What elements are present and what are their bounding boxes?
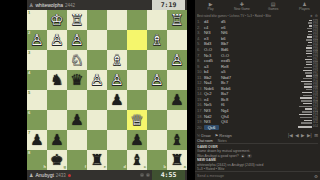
black-piece-f6[interactable]: ♟ xyxy=(67,110,87,130)
move-number: 1. xyxy=(197,19,204,24)
black-move[interactable]: Bb7 xyxy=(221,41,238,46)
zoom-in-icon[interactable]: + xyxy=(146,173,150,177)
move-row-20: 20.Qc60:14 xyxy=(197,124,318,130)
lichess-screen: ♙ whitewolpha 2442 7:19 1♔♖♖2♙♙♙♗3♘♗♙4♞♛… xyxy=(0,0,320,180)
white-move[interactable]: Bb2 xyxy=(204,75,221,80)
square-a8[interactable]: a♜ xyxy=(167,150,187,170)
white-move[interactable]: Nf3 xyxy=(204,30,221,35)
square-f8[interactable]: f xyxy=(67,150,87,170)
white-piece-a1[interactable]: ♖ xyxy=(167,10,187,30)
white-move[interactable]: c4 xyxy=(204,25,221,30)
move-list[interactable]: 1.d4d50:020:032.c4e60:020:043.Nf3Nf60:03… xyxy=(197,19,318,130)
black-piece-a8[interactable]: ♜ xyxy=(167,150,187,170)
top-player-rating: 2442 xyxy=(65,3,75,8)
replay-nav: |◀◀▶▶|⊞ xyxy=(288,133,318,138)
black-piece-d5[interactable]: ♟ xyxy=(107,90,127,110)
square-d8[interactable]: d xyxy=(107,150,127,170)
chat-time-control: 5+3 • Rated • Blitz xyxy=(197,167,318,170)
square-h8[interactable]: 8h xyxy=(27,150,47,170)
black-move[interactable]: Re8 xyxy=(221,64,238,69)
square-b3[interactable] xyxy=(147,50,167,70)
move-times: 0:080:11 xyxy=(294,119,318,124)
file-label-d: d xyxy=(124,165,126,169)
square-b5[interactable] xyxy=(147,90,167,110)
square-g5[interactable] xyxy=(47,90,67,110)
thumb-down-icon[interactable]: ▼ xyxy=(247,154,252,159)
white-piece-d4[interactable]: ♙ xyxy=(107,70,127,90)
black-piece-e8[interactable]: ♜ xyxy=(87,150,107,170)
square-d4[interactable]: ♙ xyxy=(107,70,127,90)
black-move[interactable]: Ng4 xyxy=(221,108,238,113)
square-a7[interactable]: ♝ xyxy=(167,130,187,150)
top-player-bar: ♙ whitewolpha 2442 7:19 xyxy=(27,0,187,10)
square-e1[interactable] xyxy=(87,10,107,30)
resign-button[interactable]: ⚑ Resign xyxy=(215,133,232,138)
tab-new-game[interactable]: ✚New Game xyxy=(226,0,257,13)
square-e5[interactable] xyxy=(87,90,107,110)
draw-button[interactable]: ½ Draw xyxy=(197,133,211,138)
black-move[interactable]: O-O xyxy=(221,53,238,58)
square-c8[interactable]: c♝ xyxy=(127,150,147,170)
white-piece-g1[interactable]: ♔ xyxy=(47,10,67,30)
square-b6[interactable] xyxy=(147,110,167,130)
square-e8[interactable]: e♜ xyxy=(87,150,107,170)
tab-label: Games xyxy=(268,8,278,11)
white-piece-b4[interactable]: ♙ xyxy=(147,70,167,90)
chess-board[interactable]: 1♔♖♖2♙♙♙♗3♘♗♙4♞♛♙♙♙5♟♟6♟♕7♟♟♟♝8hg♚fe♜dc♝… xyxy=(27,10,187,170)
move-number: 8. xyxy=(197,58,204,63)
white-move[interactable]: Nd2 xyxy=(204,114,221,119)
square-c6[interactable]: ♕ xyxy=(127,110,147,130)
move-number: 9. xyxy=(197,64,204,69)
black-move[interactable]: Nbd7 xyxy=(221,75,238,80)
black-piece-a7[interactable]: ♝ xyxy=(167,130,187,150)
black-move[interactable]: Bc7 xyxy=(221,80,238,85)
tab-label: Players xyxy=(299,8,310,11)
square-f1[interactable]: ♖ xyxy=(67,10,87,30)
file-label-h: h xyxy=(44,165,46,169)
black-move[interactable]: Bd6 xyxy=(221,47,238,52)
square-c3[interactable] xyxy=(127,50,147,70)
square-d2[interactable] xyxy=(107,30,127,50)
black-move[interactable]: Bc8 xyxy=(221,97,238,102)
move-number: 20. xyxy=(197,125,204,130)
white-move[interactable]: Nf3 xyxy=(204,119,221,124)
square-b8[interactable]: b xyxy=(147,150,167,170)
send-icon[interactable]: ⚙ xyxy=(314,174,318,179)
square-b1[interactable] xyxy=(147,10,167,30)
move-number: 11. xyxy=(197,75,204,80)
black-move[interactable]: exd5 xyxy=(221,58,238,63)
tab-play[interactable]: ▶Play xyxy=(195,0,226,13)
rank-label-6: 6 xyxy=(28,111,30,115)
move-number: 10. xyxy=(197,69,204,74)
square-d5[interactable]: ♟ xyxy=(107,90,127,110)
square-f6[interactable]: ♟ xyxy=(67,110,87,130)
white-move[interactable]: a3 xyxy=(204,64,221,69)
square-a6[interactable] xyxy=(167,110,187,130)
square-h4[interactable]: 4 xyxy=(27,70,47,90)
white-move[interactable]: Nf3 xyxy=(204,108,221,113)
black-piece-g4[interactable]: ♞ xyxy=(47,70,67,90)
square-h7[interactable]: 7♟ xyxy=(27,130,47,150)
status-badge xyxy=(68,174,71,177)
white-piece-e4[interactable]: ♙ xyxy=(87,70,107,90)
white-piece-c6[interactable]: ♕ xyxy=(127,110,147,130)
black-move[interactable]: Bxb6 xyxy=(221,86,238,91)
chat-input[interactable] xyxy=(197,174,314,178)
tab-label: New Game xyxy=(234,8,250,11)
square-b4[interactable]: ♙ xyxy=(147,70,167,90)
white-piece-g2[interactable]: ♙ xyxy=(47,30,67,50)
square-g2[interactable]: ♙ xyxy=(47,30,67,50)
top-player-name[interactable]: whitewolpha xyxy=(35,2,63,8)
notes-tab[interactable]: Notes xyxy=(218,139,227,143)
bottom-player-clock: 4:55 xyxy=(152,170,185,180)
move-number: 13. xyxy=(197,86,204,91)
square-a4[interactable] xyxy=(167,70,187,90)
white-move[interactable]: Qc6 xyxy=(204,125,219,130)
move-number: 16. xyxy=(197,102,204,107)
move-number: 3. xyxy=(197,30,204,35)
game-controls: ½ Draw ⚑ Resign |◀◀▶▶|⊞ xyxy=(197,131,318,139)
chat-input-row: ⚙ xyxy=(195,171,320,180)
white-piece-f1[interactable]: ♖ xyxy=(67,10,87,30)
black-piece-g7[interactable]: ♟ xyxy=(47,130,67,150)
square-g7[interactable]: ♟ xyxy=(47,130,67,150)
square-c4[interactable] xyxy=(127,70,147,90)
square-h5[interactable]: 5 xyxy=(27,90,47,110)
square-h1[interactable]: 1 xyxy=(27,10,47,30)
chat-tabs: Chat room Notes xyxy=(197,139,318,144)
game-info-line: Best rated blitz games • Lichess TV • 5+… xyxy=(197,13,318,18)
square-c1[interactable] xyxy=(127,10,147,30)
bottom-player-name[interactable]: Anubygt xyxy=(35,172,53,178)
move-number: 15. xyxy=(197,97,204,102)
side-panel: ▶Play✚New Game▤Games♟Players Best rated … xyxy=(195,0,320,180)
black-piece-g8[interactable]: ♚ xyxy=(47,150,67,170)
white-move[interactable]: O-O xyxy=(204,47,221,52)
black-move[interactable]: Nf6 xyxy=(221,30,238,35)
square-g8[interactable]: g♚ xyxy=(47,150,67,170)
flag-icon: ⚑ xyxy=(215,133,219,138)
white-move[interactable]: cxd5 xyxy=(204,58,221,63)
black-piece-c7[interactable]: ♟ xyxy=(127,130,147,150)
rank-label-5: 5 xyxy=(28,91,30,95)
rank-label-1: 1 xyxy=(28,11,30,15)
square-e6[interactable] xyxy=(87,110,107,130)
black-move[interactable]: Ba7 xyxy=(221,91,238,96)
square-c2[interactable] xyxy=(127,30,147,50)
bottom-player-rating: 2433 xyxy=(56,173,66,178)
panel-tabs: ▶Play✚New Game▤Games♟Players xyxy=(195,0,320,13)
game-info-text: Best rated blitz games • Lichess TV • 5+… xyxy=(197,14,308,18)
square-h2[interactable]: 2♙ xyxy=(27,30,47,50)
square-a1[interactable]: ♖ xyxy=(167,10,187,30)
chat-room-tab[interactable]: Chat room xyxy=(197,139,213,143)
square-e7[interactable] xyxy=(87,130,107,150)
square-h6[interactable]: 6 xyxy=(27,110,47,130)
rank-label-3: 3 xyxy=(28,51,30,55)
black-move[interactable]: f6 xyxy=(221,102,238,107)
square-c7[interactable]: ♟ xyxy=(127,130,147,150)
black-move[interactable]: b6 xyxy=(221,36,238,41)
move-times: 0:14 xyxy=(294,126,318,128)
square-b7[interactable] xyxy=(147,130,167,150)
analysis-board-icon[interactable]: ⊞ xyxy=(314,133,318,138)
square-f3[interactable]: ♘ xyxy=(67,50,87,70)
square-a3[interactable]: ♙ xyxy=(167,50,187,70)
white-move[interactable]: Ne5 xyxy=(204,102,221,107)
white-move[interactable]: Nc3 xyxy=(204,53,221,58)
black-piece-a5[interactable]: ♟ xyxy=(167,90,187,110)
square-e4[interactable]: ♙ xyxy=(87,70,107,90)
black-move[interactable]: e6 xyxy=(221,25,238,30)
square-g3[interactable] xyxy=(47,50,67,70)
bottom-player-bar: ♟ Anubygt 2433 ─ + 4:55 xyxy=(27,170,187,180)
top-player-clock: 7:19 xyxy=(152,0,185,10)
square-f7[interactable] xyxy=(67,130,87,150)
white-piece-b2[interactable]: ♗ xyxy=(147,30,167,50)
black-move[interactable]: Qh4 xyxy=(221,114,238,119)
square-e2[interactable] xyxy=(87,30,107,50)
black-piece-h7[interactable]: ♟ xyxy=(27,130,47,150)
square-f4[interactable]: ♛ xyxy=(67,70,87,90)
white-pawn-icon: ♙ xyxy=(29,3,33,8)
move-number: 18. xyxy=(197,114,204,119)
black-piece-c8[interactable]: ♝ xyxy=(127,150,147,170)
move-number: 2. xyxy=(197,25,204,30)
white-move[interactable]: Nxb6 xyxy=(204,86,221,91)
move-number: 14. xyxy=(197,91,204,96)
square-g6[interactable] xyxy=(47,110,67,130)
white-move[interactable]: Qc2 xyxy=(204,91,221,96)
chat-messages: GAME OVER Game drawn by mutual agreement… xyxy=(197,145,318,170)
square-f5[interactable] xyxy=(67,90,87,110)
white-piece-f3[interactable]: ♘ xyxy=(67,50,87,70)
square-f2[interactable]: ♙ xyxy=(67,30,87,50)
board-column: ♙ whitewolpha 2442 7:19 1♔♖♖2♙♙♙♗3♘♗♙4♞♛… xyxy=(27,0,187,180)
white-move[interactable]: b4 xyxy=(204,69,221,74)
white-move[interactable]: e3 xyxy=(204,36,221,41)
star-icon[interactable]: ★ xyxy=(310,14,313,18)
black-pawn-icon: ♟ xyxy=(29,173,33,178)
tab-players[interactable]: ♟Players xyxy=(289,0,320,13)
white-piece-d3[interactable]: ♗ xyxy=(107,50,127,70)
move-number: 12. xyxy=(197,80,204,85)
square-c5[interactable] xyxy=(127,90,147,110)
square-a5[interactable]: ♟ xyxy=(167,90,187,110)
square-d6[interactable] xyxy=(107,110,127,130)
square-d3[interactable]: ♗ xyxy=(107,50,127,70)
white-piece-f2[interactable]: ♙ xyxy=(67,30,87,50)
prev-move-button[interactable]: ◀ xyxy=(295,133,298,138)
square-h3[interactable]: 3 xyxy=(27,50,47,70)
black-piece-f4[interactable]: ♛ xyxy=(67,70,87,90)
last-move-button[interactable]: ▶| xyxy=(307,133,312,138)
square-b2[interactable]: ♗ xyxy=(147,30,167,50)
move-number: 5. xyxy=(197,41,204,46)
move-number: 4. xyxy=(197,36,204,41)
square-g4[interactable]: ♞ xyxy=(47,70,67,90)
white-move[interactable]: Na4 xyxy=(204,80,221,85)
gear-icon[interactable]: ⚙ xyxy=(315,14,318,18)
square-a2[interactable] xyxy=(167,30,187,50)
file-label-f: f xyxy=(85,165,86,169)
black-move[interactable]: Qf4 xyxy=(221,119,238,124)
square-g1[interactable]: ♔ xyxy=(47,10,67,30)
square-d7[interactable] xyxy=(107,130,127,150)
move-number: 6. xyxy=(197,47,204,52)
half-icon: ½ xyxy=(197,133,200,138)
next-move-button[interactable]: ▶ xyxy=(301,133,304,138)
white-piece-a3[interactable]: ♙ xyxy=(167,50,187,70)
first-move-button[interactable]: |◀ xyxy=(288,133,293,138)
rank-label-4: 4 xyxy=(28,71,30,75)
zoom-out-icon[interactable]: ─ xyxy=(140,173,144,177)
move-number: 7. xyxy=(197,53,204,58)
square-d1[interactable] xyxy=(107,10,127,30)
square-e3[interactable] xyxy=(87,50,107,70)
move-number: 19. xyxy=(197,119,204,124)
tab-label: Play xyxy=(208,8,214,11)
black-move[interactable]: a5 xyxy=(221,69,238,74)
white-move[interactable]: Bd3 xyxy=(204,41,221,46)
move-number: 17. xyxy=(197,108,204,113)
white-move[interactable]: d4 xyxy=(204,19,221,24)
black-move[interactable]: d5 xyxy=(221,19,238,24)
tab-games[interactable]: ▤Games xyxy=(258,0,289,13)
white-piece-h2[interactable]: ♙ xyxy=(27,30,47,50)
rank-label-8: 8 xyxy=(28,151,30,155)
file-label-b: b xyxy=(164,165,166,169)
white-move[interactable]: e4 xyxy=(204,97,221,102)
